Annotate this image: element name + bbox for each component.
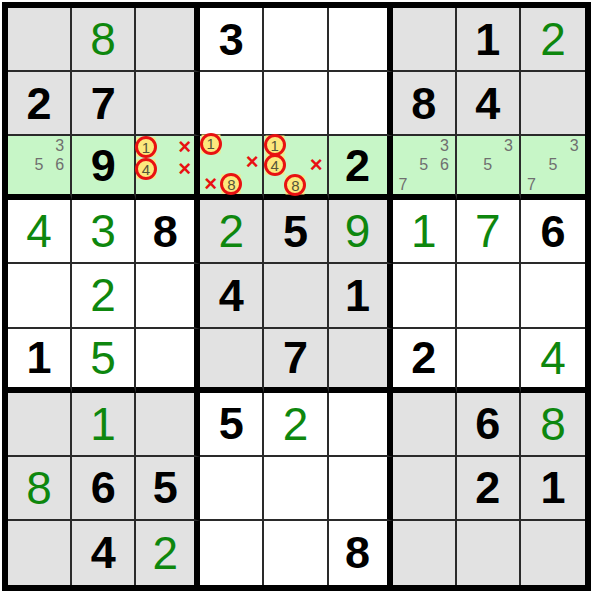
cell-r2c1[interactable]: 2 (8, 72, 72, 136)
circled-candidate: 4 (136, 158, 155, 180)
given-digit: 9 (91, 143, 116, 188)
empty-mark-slot (457, 175, 478, 194)
cell-r4c7[interactable]: 1 (393, 200, 457, 264)
given-digit: 1 (540, 465, 565, 510)
given-digit: 4 (475, 81, 500, 126)
cell-r8c8[interactable]: 2 (457, 457, 521, 521)
circled-candidate: 8 (221, 173, 242, 195)
cell-r2c5[interactable] (264, 72, 328, 136)
cell-r5c3[interactable] (136, 264, 200, 328)
candidate-digit: 5 (477, 156, 498, 175)
cell-r4c9[interactable]: 6 (521, 200, 585, 264)
empty-mark-slot (242, 173, 263, 195)
pencil-mark-grid: 1×4× (136, 136, 194, 194)
eliminated-candidate-cross: × (175, 136, 194, 158)
solved-digit: 2 (219, 208, 245, 254)
cell-r4c1[interactable]: 4 (8, 200, 72, 264)
cell-r7c3[interactable] (136, 393, 200, 457)
eliminated-candidate-cross: × (200, 173, 221, 195)
empty-mark-slot (306, 176, 327, 194)
cell-r1c9[interactable]: 2 (521, 8, 585, 72)
cell-r3c8[interactable]: 35 (457, 136, 521, 200)
solved-digit: 8 (26, 465, 52, 511)
cell-r9c1[interactable] (8, 521, 72, 585)
empty-mark-slot (221, 151, 242, 173)
solved-digit: 9 (345, 208, 371, 254)
cell-r1c6[interactable] (329, 8, 393, 72)
given-digit: 2 (345, 143, 370, 188)
cell-r8c1[interactable]: 8 (8, 457, 72, 521)
empty-mark-slot (393, 156, 414, 175)
cell-r9c3[interactable]: 2 (136, 521, 200, 585)
cell-r8c4[interactable] (200, 457, 264, 521)
cell-r6c2[interactable]: 5 (72, 329, 136, 393)
cell-r5c4[interactable]: 4 (200, 264, 264, 328)
solved-digit: 8 (90, 16, 116, 62)
cell-r4c3[interactable]: 8 (136, 200, 200, 264)
empty-mark-slot (521, 156, 542, 175)
candidate-digit: 3 (434, 136, 455, 155)
empty-mark-slot (477, 136, 498, 155)
cell-r9c6[interactable]: 8 (329, 521, 393, 585)
circled-candidate: 8 (285, 176, 306, 194)
cell-r5c9[interactable] (521, 264, 585, 328)
cell-r3c5[interactable]: 14×8 (264, 136, 328, 200)
candidate-digit: 3 (564, 136, 585, 155)
cell-r6c4[interactable] (200, 329, 264, 393)
cell-r1c5[interactable] (264, 8, 328, 72)
cell-r2c2[interactable]: 7 (72, 72, 136, 136)
given-digit: 1 (27, 335, 52, 380)
cell-r6c6[interactable] (329, 329, 393, 393)
empty-mark-slot (457, 156, 478, 175)
empty-mark-slot (521, 136, 542, 155)
cell-r8c5[interactable] (264, 457, 328, 521)
given-digit: 1 (345, 273, 370, 318)
cell-r5c7[interactable] (393, 264, 457, 328)
cell-r3c3[interactable]: 1×4× (136, 136, 200, 200)
given-digit: 2 (27, 81, 52, 126)
cell-r1c4[interactable]: 3 (200, 8, 264, 72)
given-digit: 7 (91, 81, 116, 126)
cell-r5c6[interactable]: 1 (329, 264, 393, 328)
given-digit: 7 (283, 335, 308, 380)
candidate-digit: 7 (393, 175, 414, 194)
empty-mark-slot (477, 175, 498, 194)
cell-r2c7[interactable]: 8 (393, 72, 457, 136)
cell-r4c8[interactable]: 7 (457, 200, 521, 264)
given-digit: 8 (153, 209, 178, 254)
cell-r7c5[interactable]: 2 (264, 393, 328, 457)
given-digit: 8 (345, 530, 370, 575)
cell-r9c4[interactable] (200, 521, 264, 585)
cell-r8c7[interactable] (393, 457, 457, 521)
solved-digit: 2 (90, 272, 116, 318)
empty-mark-slot (200, 151, 221, 173)
empty-mark-slot (413, 136, 434, 155)
circled-candidate: 1 (136, 136, 155, 158)
cell-r2c6[interactable] (329, 72, 393, 136)
candidate-digit: 6 (434, 156, 455, 175)
empty-mark-slot (542, 136, 563, 155)
empty-mark-slot (136, 180, 155, 194)
solved-digit: 1 (90, 401, 116, 447)
solved-digit: 2 (540, 16, 566, 62)
candidate-digit: 6 (49, 156, 70, 175)
cell-r3c1[interactable]: 356 (8, 136, 72, 200)
cell-r4c5[interactable]: 5 (264, 200, 328, 264)
empty-mark-slot (8, 175, 29, 194)
solved-digit: 2 (152, 530, 178, 576)
cell-r8c9[interactable]: 1 (521, 457, 585, 521)
cell-r7c4[interactable]: 5 (200, 393, 264, 457)
empty-mark-slot (564, 156, 585, 175)
solved-digit: 2 (283, 401, 309, 447)
cell-r7c6[interactable] (329, 393, 393, 457)
cell-r2c3[interactable] (136, 72, 200, 136)
empty-mark-slot (413, 175, 434, 194)
solved-digit: 5 (90, 335, 116, 381)
pencil-mark-grid: 14×8 (264, 136, 326, 194)
given-digit: 2 (475, 465, 500, 510)
eliminated-candidate-cross: × (242, 151, 263, 173)
cell-r9c5[interactable] (264, 521, 328, 585)
cell-r8c2[interactable]: 6 (72, 457, 136, 521)
cell-r6c7[interactable]: 2 (393, 329, 457, 393)
given-digit: 4 (219, 273, 244, 318)
empty-mark-slot (285, 154, 306, 176)
empty-mark-slot (221, 136, 242, 151)
given-digit: 1 (475, 17, 500, 62)
given-digit: 5 (219, 401, 244, 446)
candidate-digit: 5 (542, 156, 563, 175)
empty-mark-slot (49, 175, 70, 194)
solved-digit: 8 (540, 401, 566, 447)
cell-r6c5[interactable]: 7 (264, 329, 328, 393)
candidate-digit: 3 (49, 136, 70, 155)
cell-r6c9[interactable]: 4 (521, 329, 585, 393)
cell-r4c2[interactable]: 3 (72, 200, 136, 264)
empty-mark-slot (29, 136, 50, 155)
candidate-digit: 5 (413, 156, 434, 175)
empty-mark-slot (8, 136, 29, 155)
cell-r7c1[interactable] (8, 393, 72, 457)
solved-digit: 4 (540, 335, 566, 381)
cell-r7c8[interactable]: 6 (457, 393, 521, 457)
cell-r3c9[interactable]: 357 (521, 136, 585, 200)
empty-mark-slot (8, 156, 29, 175)
cell-r8c3[interactable]: 5 (136, 457, 200, 521)
given-digit: 8 (411, 81, 436, 126)
cell-r1c3[interactable] (136, 8, 200, 72)
cell-r9c2[interactable]: 4 (72, 521, 136, 585)
cell-r4c6[interactable]: 9 (329, 200, 393, 264)
cell-r7c9[interactable]: 8 (521, 393, 585, 457)
given-digit: 5 (283, 209, 308, 254)
empty-mark-slot (564, 175, 585, 194)
empty-mark-slot (434, 175, 455, 194)
cell-r1c8[interactable]: 1 (457, 8, 521, 72)
empty-mark-slot (29, 175, 50, 194)
empty-mark-slot (175, 180, 194, 194)
solved-digit: 7 (475, 208, 501, 254)
given-digit: 4 (91, 530, 116, 575)
cell-r7c2[interactable]: 1 (72, 393, 136, 457)
cell-r2c8[interactable]: 4 (457, 72, 521, 136)
cell-r3c6[interactable]: 2 (329, 136, 393, 200)
candidate-digit: 5 (29, 156, 50, 175)
cell-r6c8[interactable] (457, 329, 521, 393)
candidate-digit: 3 (498, 136, 519, 155)
cell-r3c4[interactable]: 1××8 (200, 136, 264, 200)
empty-mark-slot (457, 136, 478, 155)
empty-mark-slot (156, 180, 175, 194)
cell-r6c3[interactable] (136, 329, 200, 393)
cell-r9c7[interactable] (393, 521, 457, 585)
cell-r5c5[interactable] (264, 264, 328, 328)
cell-r1c2[interactable]: 8 (72, 8, 136, 72)
pencil-mark-grid: 35 (457, 136, 519, 194)
cell-r1c7[interactable] (393, 8, 457, 72)
empty-mark-slot (285, 136, 306, 154)
cell-r9c8[interactable] (457, 521, 521, 585)
cell-r5c2[interactable]: 2 (72, 264, 136, 328)
empty-mark-slot (498, 156, 519, 175)
cell-r2c4[interactable] (200, 72, 264, 136)
cell-r3c2[interactable]: 9 (72, 136, 136, 200)
given-digit: 6 (540, 209, 565, 254)
cell-r5c8[interactable] (457, 264, 521, 328)
cell-r6c1[interactable]: 1 (8, 329, 72, 393)
pencil-mark-grid: 3567 (393, 136, 455, 194)
given-digit: 2 (411, 335, 436, 380)
cell-r7c7[interactable] (393, 393, 457, 457)
given-digit: 5 (153, 465, 178, 510)
pencil-mark-grid: 356 (8, 136, 70, 194)
cell-r1c1[interactable] (8, 8, 72, 72)
given-digit: 6 (475, 401, 500, 446)
circled-candidate: 1 (264, 136, 285, 154)
empty-mark-slot (542, 175, 563, 194)
solved-digit: 4 (26, 208, 52, 254)
empty-mark-slot (156, 136, 175, 158)
empty-mark-slot (156, 158, 175, 180)
sudoku-app: 8312278435691×4×1××814×82356735357438259… (0, 0, 593, 593)
circled-candidate: 1 (200, 136, 221, 151)
cell-r8c6[interactable] (329, 457, 393, 521)
cell-r4c4[interactable]: 2 (200, 200, 264, 264)
empty-mark-slot (498, 175, 519, 194)
empty-mark-slot (393, 136, 414, 155)
cell-r2c9[interactable] (521, 72, 585, 136)
eliminated-candidate-cross: × (306, 154, 327, 176)
candidate-digit: 7 (521, 175, 542, 194)
eliminated-candidate-cross: × (175, 158, 194, 180)
empty-mark-slot (264, 176, 285, 194)
sudoku-board: 8312278435691×4×1××814×82356735357438259… (2, 2, 591, 591)
cell-r5c1[interactable] (8, 264, 72, 328)
pencil-mark-grid: 357 (521, 136, 585, 194)
given-digit: 6 (91, 465, 116, 510)
pencil-mark-grid: 1××8 (200, 136, 262, 194)
cell-r9c9[interactable] (521, 521, 585, 585)
circled-candidate: 4 (264, 154, 285, 176)
given-digit: 3 (219, 17, 244, 62)
solved-digit: 3 (90, 208, 116, 254)
solved-digit: 1 (411, 208, 437, 254)
cell-r3c7[interactable]: 3567 (393, 136, 457, 200)
